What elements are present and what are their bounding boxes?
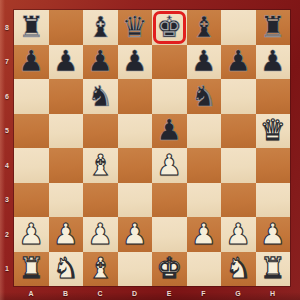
square-e1[interactable]: ♚ [152, 252, 187, 287]
square-f4[interactable] [187, 148, 222, 183]
square-b1[interactable]: ♞ [49, 252, 84, 287]
piece-black-pawn-g7[interactable]: ♟ [221, 45, 256, 80]
square-d3[interactable] [118, 183, 153, 218]
square-c7[interactable]: ♟ [83, 45, 118, 80]
square-e2[interactable] [152, 217, 187, 252]
file-label-e: E [152, 286, 187, 300]
square-f3[interactable] [187, 183, 222, 218]
square-e5[interactable]: ♟ [152, 114, 187, 149]
square-b2[interactable]: ♟ [49, 217, 84, 252]
square-b8[interactable] [49, 10, 84, 45]
square-c3[interactable] [83, 183, 118, 218]
piece-black-pawn-d7[interactable]: ♟ [118, 45, 153, 80]
square-g4[interactable] [221, 148, 256, 183]
square-e3[interactable] [152, 183, 187, 218]
file-label-g: G [221, 286, 256, 300]
piece-white-pawn-c2[interactable]: ♟ [83, 217, 118, 252]
square-d4[interactable] [118, 148, 153, 183]
square-h1[interactable]: ♜ [256, 252, 291, 287]
square-c2[interactable]: ♟ [83, 217, 118, 252]
piece-white-pawn-g2[interactable]: ♟ [221, 217, 256, 252]
file-label-f: F [187, 286, 222, 300]
square-a4[interactable] [14, 148, 49, 183]
piece-white-pawn-h2[interactable]: ♟ [256, 217, 291, 252]
square-d5[interactable] [118, 114, 153, 149]
square-c8[interactable]: ♝ [83, 10, 118, 45]
piece-black-rook-a8[interactable]: ♜ [14, 10, 49, 45]
square-d8[interactable]: ♛ [118, 10, 153, 45]
square-e7[interactable] [152, 45, 187, 80]
piece-white-rook-a1[interactable]: ♜ [14, 252, 49, 287]
square-c1[interactable]: ♝ [83, 252, 118, 287]
piece-white-king-e1[interactable]: ♚ [152, 252, 187, 287]
rank-label-8: 8 [0, 10, 14, 45]
piece-black-pawn-f7[interactable]: ♟ [187, 45, 222, 80]
square-f7[interactable]: ♟ [187, 45, 222, 80]
rank-label-3: 3 [0, 183, 14, 218]
square-g8[interactable] [221, 10, 256, 45]
chess-board: ♜♝♛♚♝♜♟♟♟♟♟♟♟♞♞♟♛♝♟♟♟♟♟♟♟♟♜♞♝♚♞♜ [14, 10, 290, 286]
chess-diagram: ♜♝♛♚♝♜♟♟♟♟♟♟♟♞♞♟♛♝♟♟♟♟♟♟♟♟♜♞♝♚♞♜ 8765432… [0, 0, 300, 300]
square-a7[interactable]: ♟ [14, 45, 49, 80]
square-h8[interactable]: ♜ [256, 10, 291, 45]
square-h6[interactable] [256, 79, 291, 114]
square-a5[interactable] [14, 114, 49, 149]
square-e6[interactable] [152, 79, 187, 114]
piece-black-bishop-f8[interactable]: ♝ [187, 10, 222, 45]
square-h4[interactable] [256, 148, 291, 183]
piece-white-pawn-a2[interactable]: ♟ [14, 217, 49, 252]
piece-white-bishop-c1[interactable]: ♝ [83, 252, 118, 287]
file-label-c: C [83, 286, 118, 300]
square-a3[interactable] [14, 183, 49, 218]
square-f1[interactable] [187, 252, 222, 287]
square-d2[interactable]: ♟ [118, 217, 153, 252]
square-c4[interactable]: ♝ [83, 148, 118, 183]
piece-black-knight-f6[interactable]: ♞ [187, 79, 222, 114]
rank-label-2: 2 [0, 217, 14, 252]
square-b5[interactable] [49, 114, 84, 149]
piece-black-knight-c6[interactable]: ♞ [83, 79, 118, 114]
piece-white-pawn-e4[interactable]: ♟ [152, 148, 187, 183]
square-h2[interactable]: ♟ [256, 217, 291, 252]
piece-black-queen-d8[interactable]: ♛ [118, 10, 153, 45]
rank-label-1: 1 [0, 252, 14, 287]
square-f8[interactable]: ♝ [187, 10, 222, 45]
piece-white-rook-h1[interactable]: ♜ [256, 252, 291, 287]
square-h5[interactable]: ♛ [256, 114, 291, 149]
square-a6[interactable] [14, 79, 49, 114]
file-label-d: D [118, 286, 153, 300]
rank-label-6: 6 [0, 79, 14, 114]
square-g5[interactable] [221, 114, 256, 149]
rank-label-4: 4 [0, 148, 14, 183]
piece-white-knight-g1[interactable]: ♞ [221, 252, 256, 287]
piece-black-pawn-c7[interactable]: ♟ [83, 45, 118, 80]
square-d7[interactable]: ♟ [118, 45, 153, 80]
square-b4[interactable] [49, 148, 84, 183]
square-a8[interactable]: ♜ [14, 10, 49, 45]
square-b6[interactable] [49, 79, 84, 114]
square-d6[interactable] [118, 79, 153, 114]
piece-white-bishop-c4[interactable]: ♝ [83, 148, 118, 183]
piece-black-rook-h8[interactable]: ♜ [256, 10, 291, 45]
piece-white-pawn-b2[interactable]: ♟ [49, 217, 84, 252]
square-e4[interactable]: ♟ [152, 148, 187, 183]
piece-black-bishop-c8[interactable]: ♝ [83, 10, 118, 45]
rank-label-5: 5 [0, 114, 14, 149]
square-a2[interactable]: ♟ [14, 217, 49, 252]
square-g6[interactable] [221, 79, 256, 114]
piece-black-king-e8[interactable]: ♚ [152, 10, 187, 45]
square-g2[interactable]: ♟ [221, 217, 256, 252]
square-c6[interactable]: ♞ [83, 79, 118, 114]
square-b7[interactable]: ♟ [49, 45, 84, 80]
square-c5[interactable] [83, 114, 118, 149]
square-h7[interactable]: ♟ [256, 45, 291, 80]
square-f2[interactable]: ♟ [187, 217, 222, 252]
square-g3[interactable] [221, 183, 256, 218]
piece-black-pawn-a7[interactable]: ♟ [14, 45, 49, 80]
square-h3[interactable] [256, 183, 291, 218]
file-label-h: H [256, 286, 291, 300]
piece-white-pawn-f2[interactable]: ♟ [187, 217, 222, 252]
file-label-b: B [49, 286, 84, 300]
square-b3[interactable] [49, 183, 84, 218]
piece-black-pawn-b7[interactable]: ♟ [49, 45, 84, 80]
square-f6[interactable]: ♞ [187, 79, 222, 114]
square-f5[interactable] [187, 114, 222, 149]
rank-label-7: 7 [0, 45, 14, 80]
piece-white-knight-b1[interactable]: ♞ [49, 252, 84, 287]
piece-white-queen-h5[interactable]: ♛ [256, 114, 291, 149]
square-d1[interactable] [118, 252, 153, 287]
file-label-a: A [14, 286, 49, 300]
square-g1[interactable]: ♞ [221, 252, 256, 287]
square-a1[interactable]: ♜ [14, 252, 49, 287]
square-g7[interactable]: ♟ [221, 45, 256, 80]
piece-black-pawn-e5[interactable]: ♟ [152, 114, 187, 149]
piece-black-pawn-h7[interactable]: ♟ [256, 45, 291, 80]
piece-white-pawn-d2[interactable]: ♟ [118, 217, 153, 252]
square-e8[interactable]: ♚ [152, 10, 187, 45]
